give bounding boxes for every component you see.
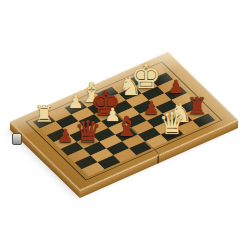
dark-pawn-piece: ♟ (143, 99, 159, 117)
pawn-glyph: ♟ (57, 127, 73, 145)
rook-glyph: ♜ (34, 103, 55, 126)
pawn-glyph: ♟ (168, 78, 184, 96)
pawn-glyph: ♟ (68, 93, 84, 111)
light-pawn-piece: ♟ (68, 93, 84, 111)
light-rook-piece: ♜ (34, 103, 55, 126)
queen-glyph: ♛ (159, 110, 186, 140)
knight-glyph: ♞ (119, 72, 142, 98)
pawn-glyph: ♟ (143, 99, 159, 117)
light-knight-piece: ♞ (119, 72, 142, 98)
dark-pawn-piece: ♟ (168, 78, 184, 96)
queen-glyph: ♛ (74, 117, 101, 147)
light-queen-piece: ♛ (159, 110, 186, 140)
product-photo-stage: ♜♟♝♞♚♚♟♟♟♛♟♝♞♜♛ (0, 0, 250, 250)
bishop-glyph: ♝ (114, 113, 138, 140)
dark-bishop-piece: ♝ (114, 113, 138, 140)
dark-queen-piece: ♛ (74, 117, 101, 147)
pieces-layer: ♜♟♝♞♚♚♟♟♟♛♟♝♞♜♛ (0, 0, 250, 250)
dark-pawn-piece: ♟ (57, 127, 73, 145)
